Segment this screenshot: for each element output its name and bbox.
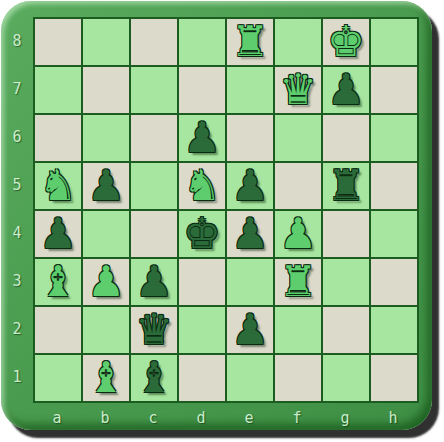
square-g5[interactable]: ♜ bbox=[323, 163, 369, 209]
square-f5[interactable] bbox=[275, 163, 321, 209]
white-queen-f7[interactable]: ♛ bbox=[279, 69, 317, 111]
square-a4[interactable]: ♟ bbox=[35, 211, 81, 257]
rank-label-8: 8 bbox=[6, 17, 28, 65]
square-g7[interactable]: ♟ bbox=[323, 67, 369, 113]
square-c4[interactable] bbox=[131, 211, 177, 257]
black-pawn-e5[interactable]: ♟ bbox=[231, 165, 269, 207]
rank-label-3: 3 bbox=[6, 257, 28, 305]
black-rook-g5[interactable]: ♜ bbox=[327, 165, 365, 207]
square-h4[interactable] bbox=[371, 211, 417, 257]
square-f6[interactable] bbox=[275, 115, 321, 161]
square-a8[interactable] bbox=[35, 19, 81, 65]
square-b5[interactable]: ♟ bbox=[83, 163, 129, 209]
square-f2[interactable] bbox=[275, 307, 321, 353]
square-f1[interactable] bbox=[275, 355, 321, 401]
square-h1[interactable] bbox=[371, 355, 417, 401]
chess-board: ♜♚♛♟♟♞♟♞♟♜♟♚♟♟♝♟♟♜♛♟♝♝ bbox=[33, 17, 419, 403]
square-a3[interactable]: ♝ bbox=[35, 259, 81, 305]
square-c1[interactable]: ♝ bbox=[131, 355, 177, 401]
square-d4[interactable]: ♚ bbox=[179, 211, 225, 257]
square-d5[interactable]: ♞ bbox=[179, 163, 225, 209]
square-b7[interactable] bbox=[83, 67, 129, 113]
square-h7[interactable] bbox=[371, 67, 417, 113]
square-d7[interactable] bbox=[179, 67, 225, 113]
square-a6[interactable] bbox=[35, 115, 81, 161]
square-d2[interactable] bbox=[179, 307, 225, 353]
square-g1[interactable] bbox=[323, 355, 369, 401]
square-c7[interactable] bbox=[131, 67, 177, 113]
black-pawn-e4[interactable]: ♟ bbox=[231, 213, 269, 255]
square-f3[interactable]: ♜ bbox=[275, 259, 321, 305]
square-d3[interactable] bbox=[179, 259, 225, 305]
file-label-e: e bbox=[225, 404, 273, 432]
rank-label-5: 5 bbox=[6, 161, 28, 209]
square-c2[interactable]: ♛ bbox=[131, 307, 177, 353]
square-c6[interactable] bbox=[131, 115, 177, 161]
black-pawn-e2[interactable]: ♟ bbox=[231, 309, 269, 351]
square-b4[interactable] bbox=[83, 211, 129, 257]
square-g3[interactable] bbox=[323, 259, 369, 305]
square-h6[interactable] bbox=[371, 115, 417, 161]
square-b3[interactable]: ♟ bbox=[83, 259, 129, 305]
white-king-g8[interactable]: ♚ bbox=[327, 21, 365, 63]
white-bishop-a3[interactable]: ♝ bbox=[39, 261, 77, 303]
black-pawn-g7[interactable]: ♟ bbox=[327, 69, 365, 111]
black-pawn-a4[interactable]: ♟ bbox=[39, 213, 77, 255]
square-b1[interactable]: ♝ bbox=[83, 355, 129, 401]
square-a5[interactable]: ♞ bbox=[35, 163, 81, 209]
square-g8[interactable]: ♚ bbox=[323, 19, 369, 65]
square-e4[interactable]: ♟ bbox=[227, 211, 273, 257]
square-g2[interactable] bbox=[323, 307, 369, 353]
square-e1[interactable] bbox=[227, 355, 273, 401]
square-c3[interactable]: ♟ bbox=[131, 259, 177, 305]
rank-label-2: 2 bbox=[6, 305, 28, 353]
rank-label-1: 1 bbox=[6, 353, 28, 401]
square-f4[interactable]: ♟ bbox=[275, 211, 321, 257]
square-e5[interactable]: ♟ bbox=[227, 163, 273, 209]
rank-label-4: 4 bbox=[6, 209, 28, 257]
black-pawn-d6[interactable]: ♟ bbox=[183, 117, 221, 159]
black-king-d4[interactable]: ♚ bbox=[183, 213, 221, 255]
file-label-g: g bbox=[321, 404, 369, 432]
rank-label-6: 6 bbox=[6, 113, 28, 161]
file-label-b: b bbox=[81, 404, 129, 432]
square-f7[interactable]: ♛ bbox=[275, 67, 321, 113]
square-e6[interactable] bbox=[227, 115, 273, 161]
white-bishop-b1[interactable]: ♝ bbox=[87, 357, 125, 399]
file-label-f: f bbox=[273, 404, 321, 432]
square-d8[interactable] bbox=[179, 19, 225, 65]
black-queen-c2[interactable]: ♛ bbox=[135, 309, 173, 351]
square-d6[interactable]: ♟ bbox=[179, 115, 225, 161]
rank-label-7: 7 bbox=[6, 65, 28, 113]
square-b8[interactable] bbox=[83, 19, 129, 65]
black-pawn-b5[interactable]: ♟ bbox=[87, 165, 125, 207]
square-c8[interactable] bbox=[131, 19, 177, 65]
square-e2[interactable]: ♟ bbox=[227, 307, 273, 353]
square-e7[interactable] bbox=[227, 67, 273, 113]
white-pawn-f4[interactable]: ♟ bbox=[279, 213, 317, 255]
square-g4[interactable] bbox=[323, 211, 369, 257]
square-b6[interactable] bbox=[83, 115, 129, 161]
square-g6[interactable] bbox=[323, 115, 369, 161]
square-e8[interactable]: ♜ bbox=[227, 19, 273, 65]
square-c5[interactable] bbox=[131, 163, 177, 209]
square-a1[interactable] bbox=[35, 355, 81, 401]
file-label-c: c bbox=[129, 404, 177, 432]
square-a7[interactable] bbox=[35, 67, 81, 113]
file-label-d: d bbox=[177, 404, 225, 432]
white-rook-f3[interactable]: ♜ bbox=[279, 261, 317, 303]
square-b2[interactable] bbox=[83, 307, 129, 353]
square-a2[interactable] bbox=[35, 307, 81, 353]
square-h5[interactable] bbox=[371, 163, 417, 209]
black-bishop-c1[interactable]: ♝ bbox=[135, 357, 173, 399]
black-pawn-c3[interactable]: ♟ bbox=[135, 261, 173, 303]
square-f8[interactable] bbox=[275, 19, 321, 65]
white-rook-e8[interactable]: ♜ bbox=[231, 21, 269, 63]
square-h8[interactable] bbox=[371, 19, 417, 65]
square-h2[interactable] bbox=[371, 307, 417, 353]
file-label-a: a bbox=[33, 404, 81, 432]
white-pawn-b3[interactable]: ♟ bbox=[87, 261, 125, 303]
square-e3[interactable] bbox=[227, 259, 273, 305]
square-h3[interactable] bbox=[371, 259, 417, 305]
square-d1[interactable] bbox=[179, 355, 225, 401]
file-label-h: h bbox=[369, 404, 417, 432]
white-knight-d5[interactable]: ♞ bbox=[183, 165, 221, 207]
white-knight-a5[interactable]: ♞ bbox=[39, 165, 77, 207]
